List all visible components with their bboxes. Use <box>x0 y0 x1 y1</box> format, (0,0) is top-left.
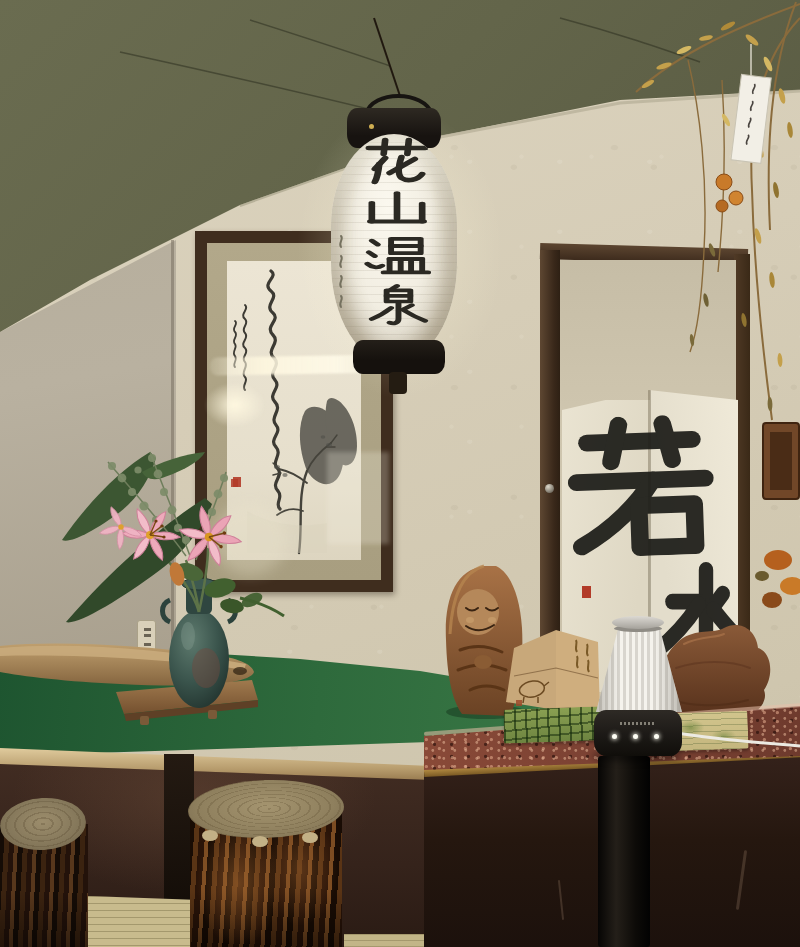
lantern-bottom-stub <box>389 372 407 394</box>
paper-lantern: 花山温泉 <box>331 134 457 364</box>
lantern-calligraphy <box>331 134 457 364</box>
lantern-gold-dot <box>369 124 374 129</box>
humidifier-led <box>654 734 659 739</box>
photo-stage: 若水 <box>0 0 800 947</box>
humidifier-brand-text <box>620 722 654 725</box>
humidifier-led <box>612 734 617 739</box>
lantern-bottom-cap <box>353 340 445 374</box>
lantern-side-text <box>340 236 342 307</box>
humidifier-base <box>594 710 682 756</box>
humidifier-led <box>633 734 638 739</box>
humidifier <box>592 612 686 758</box>
table-pedestal <box>598 756 650 947</box>
humidifier-cap <box>612 616 664 629</box>
humidifier-cone <box>596 628 682 712</box>
